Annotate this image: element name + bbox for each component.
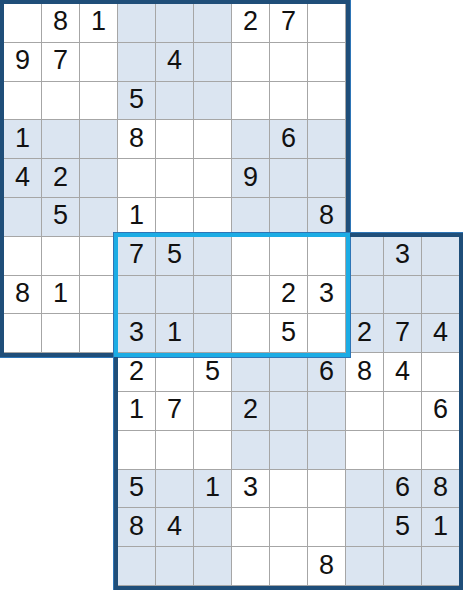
outside-board bbox=[346, 120, 384, 159]
cell-r10c4[interactable]: 2 bbox=[118, 353, 156, 392]
given-digit: 3 bbox=[319, 280, 334, 307]
cell-r6c3[interactable] bbox=[80, 198, 118, 237]
cell-r11c9[interactable] bbox=[308, 392, 346, 431]
cell-r4c4[interactable]: 8 bbox=[118, 120, 156, 159]
cell-r14c12[interactable]: 1 bbox=[422, 508, 460, 547]
outside-board bbox=[422, 198, 460, 237]
outside-board bbox=[80, 470, 118, 509]
given-digit: 2 bbox=[129, 358, 144, 385]
cell-r10c8[interactable] bbox=[270, 353, 308, 392]
cell-r3c4[interactable]: 5 bbox=[118, 82, 156, 121]
cell-r15c4[interactable] bbox=[118, 547, 156, 586]
given-digit: 1 bbox=[91, 8, 106, 35]
given-digit: 1 bbox=[129, 202, 144, 229]
cell-r5c2[interactable]: 2 bbox=[42, 159, 80, 198]
cell-r12c6[interactable] bbox=[194, 431, 232, 470]
cell-r15c10[interactable] bbox=[346, 547, 384, 586]
cell-r8c1[interactable]: 8 bbox=[4, 276, 42, 315]
outside-board bbox=[80, 547, 118, 586]
given-digit: 2 bbox=[243, 8, 258, 35]
cell-r3c7[interactable] bbox=[232, 82, 270, 121]
outside-board bbox=[4, 353, 42, 392]
cell-r2c5[interactable]: 4 bbox=[156, 43, 194, 82]
outside-board bbox=[4, 431, 42, 470]
cell-r15c5[interactable] bbox=[156, 547, 194, 586]
given-digit: 5 bbox=[167, 241, 182, 268]
cell-r10c6[interactable]: 5 bbox=[194, 353, 232, 392]
given-digit: 5 bbox=[53, 202, 68, 229]
given-digit: 8 bbox=[129, 125, 144, 152]
given-digit: 3 bbox=[243, 474, 258, 501]
given-digit: 6 bbox=[395, 474, 410, 501]
given-digit: 5 bbox=[205, 358, 220, 385]
given-digit: 5 bbox=[281, 319, 296, 346]
cell-r9c12[interactable]: 4 bbox=[422, 314, 460, 353]
given-digit: 8 bbox=[357, 358, 372, 385]
cell-r10c12[interactable] bbox=[422, 353, 460, 392]
cell-r9c6[interactable] bbox=[194, 314, 232, 353]
given-digit: 2 bbox=[357, 319, 372, 346]
cell-r13c6[interactable]: 1 bbox=[194, 470, 232, 509]
cell-r12c7[interactable] bbox=[232, 431, 270, 470]
outside-board bbox=[42, 431, 80, 470]
outside-board bbox=[422, 120, 460, 159]
cell-r4c1[interactable]: 1 bbox=[4, 120, 42, 159]
cell-r13c7[interactable]: 3 bbox=[232, 470, 270, 509]
cell-r2c9[interactable] bbox=[308, 43, 346, 82]
cell-r8c4[interactable] bbox=[118, 276, 156, 315]
given-digit: 8 bbox=[319, 552, 334, 579]
outside-board bbox=[4, 547, 42, 586]
cell-r12c12[interactable] bbox=[422, 431, 460, 470]
outside-board bbox=[384, 43, 422, 82]
cell-r2c1[interactable]: 9 bbox=[4, 43, 42, 82]
cell-r10c7[interactable] bbox=[232, 353, 270, 392]
given-digit: 4 bbox=[433, 319, 448, 346]
given-digit: 5 bbox=[395, 513, 410, 540]
cell-r11c4[interactable]: 1 bbox=[118, 392, 156, 431]
outside-board bbox=[384, 4, 422, 43]
cell-r7c2[interactable] bbox=[42, 237, 80, 276]
cell-r8c3[interactable] bbox=[80, 276, 118, 315]
given-digit: 4 bbox=[15, 164, 30, 191]
cell-r14c4[interactable]: 8 bbox=[118, 508, 156, 547]
cell-r1c2[interactable]: 8 bbox=[42, 4, 80, 43]
cell-r14c9[interactable] bbox=[308, 508, 346, 547]
outside-board bbox=[422, 159, 460, 198]
cell-r9c7[interactable] bbox=[232, 314, 270, 353]
cell-r8c5[interactable] bbox=[156, 276, 194, 315]
cell-r12c5[interactable] bbox=[156, 431, 194, 470]
outside-board bbox=[80, 508, 118, 547]
given-digit: 3 bbox=[395, 241, 410, 268]
cell-r6c5[interactable] bbox=[156, 198, 194, 237]
cell-r2c3[interactable] bbox=[80, 43, 118, 82]
cell-r15c11[interactable] bbox=[384, 547, 422, 586]
cell-r15c12[interactable] bbox=[422, 547, 460, 586]
cell-r9c8[interactable]: 5 bbox=[270, 314, 308, 353]
cell-r14c5[interactable]: 4 bbox=[156, 508, 194, 547]
cell-r12c4[interactable] bbox=[118, 431, 156, 470]
cell-r9c10[interactable]: 2 bbox=[346, 314, 384, 353]
outside-board bbox=[346, 198, 384, 237]
cell-r12c8[interactable] bbox=[270, 431, 308, 470]
outside-board bbox=[422, 43, 460, 82]
outside-board bbox=[346, 159, 384, 198]
cell-r7c7[interactable] bbox=[232, 237, 270, 276]
cell-r8c11[interactable] bbox=[384, 276, 422, 315]
cell-r7c3[interactable] bbox=[80, 237, 118, 276]
cell-r7c1[interactable] bbox=[4, 237, 42, 276]
outside-board bbox=[346, 43, 384, 82]
cell-r6c6[interactable] bbox=[194, 198, 232, 237]
cell-r2c7[interactable] bbox=[232, 43, 270, 82]
cell-r5c6[interactable] bbox=[194, 159, 232, 198]
given-digit: 7 bbox=[395, 319, 410, 346]
given-digit: 8 bbox=[15, 280, 30, 307]
cell-r6c4[interactable]: 1 bbox=[118, 198, 156, 237]
cell-r6c7[interactable] bbox=[232, 198, 270, 237]
outside-board bbox=[346, 4, 384, 43]
cell-r8c10[interactable] bbox=[346, 276, 384, 315]
cell-r3c1[interactable] bbox=[4, 82, 42, 121]
given-digit: 8 bbox=[129, 513, 144, 540]
given-digit: 2 bbox=[243, 396, 258, 423]
cell-r7c6[interactable] bbox=[194, 237, 232, 276]
cell-r14c8[interactable] bbox=[270, 508, 308, 547]
cell-r10c11[interactable]: 4 bbox=[384, 353, 422, 392]
cell-r4c5[interactable] bbox=[156, 120, 194, 159]
cell-r9c5[interactable]: 1 bbox=[156, 314, 194, 353]
given-digit: 1 bbox=[53, 280, 68, 307]
cell-r5c9[interactable] bbox=[308, 159, 346, 198]
given-digit: 2 bbox=[281, 280, 296, 307]
cell-r15c8[interactable] bbox=[270, 547, 308, 586]
cell-r5c1[interactable]: 4 bbox=[4, 159, 42, 198]
outside-board bbox=[422, 4, 460, 43]
outside-board bbox=[80, 392, 118, 431]
cell-r9c2[interactable] bbox=[42, 314, 80, 353]
cell-r1c6[interactable] bbox=[194, 4, 232, 43]
given-digit: 9 bbox=[15, 47, 30, 74]
cell-r7c8[interactable] bbox=[270, 237, 308, 276]
given-digit: 8 bbox=[53, 8, 68, 35]
given-digit: 5 bbox=[129, 86, 144, 113]
cell-r7c5[interactable]: 5 bbox=[156, 237, 194, 276]
cell-r1c7[interactable]: 2 bbox=[232, 4, 270, 43]
given-digit: 9 bbox=[243, 164, 258, 191]
outside-board bbox=[42, 508, 80, 547]
cell-r8c6[interactable] bbox=[194, 276, 232, 315]
given-digit: 3 bbox=[129, 319, 144, 346]
cell-r5c3[interactable] bbox=[80, 159, 118, 198]
cell-r11c7[interactable]: 2 bbox=[232, 392, 270, 431]
cell-r15c7[interactable] bbox=[232, 547, 270, 586]
given-digit: 7 bbox=[53, 47, 68, 74]
cell-r13c4[interactable]: 5 bbox=[118, 470, 156, 509]
cell-r11c6[interactable] bbox=[194, 392, 232, 431]
cell-r2c4[interactable] bbox=[118, 43, 156, 82]
cell-r3c2[interactable] bbox=[42, 82, 80, 121]
cell-r3c9[interactable] bbox=[308, 82, 346, 121]
cell-r15c6[interactable] bbox=[194, 547, 232, 586]
given-digit: 6 bbox=[281, 125, 296, 152]
given-digit: 6 bbox=[433, 396, 448, 423]
cell-r9c4[interactable]: 3 bbox=[118, 314, 156, 353]
sudoku-puzzle: 8127974518642951875381233152742568417265… bbox=[0, 0, 463, 590]
cell-r12c9[interactable] bbox=[308, 431, 346, 470]
given-digit: 7 bbox=[167, 396, 182, 423]
outside-board bbox=[346, 82, 384, 121]
cell-r4c6[interactable] bbox=[194, 120, 232, 159]
given-digit: 8 bbox=[433, 474, 448, 501]
cell-r11c11[interactable] bbox=[384, 392, 422, 431]
cell-r4c2[interactable] bbox=[42, 120, 80, 159]
given-digit: 7 bbox=[281, 8, 296, 35]
given-digit: 6 bbox=[319, 358, 334, 385]
cell-r4c7[interactable] bbox=[232, 120, 270, 159]
cell-r1c3[interactable]: 1 bbox=[80, 4, 118, 43]
cell-r1c4[interactable] bbox=[118, 4, 156, 43]
outside-board bbox=[42, 470, 80, 509]
cell-r11c5[interactable]: 7 bbox=[156, 392, 194, 431]
cell-r3c8[interactable] bbox=[270, 82, 308, 121]
given-digit: 7 bbox=[129, 241, 144, 268]
cell-r13c5[interactable] bbox=[156, 470, 194, 509]
cell-r12c11[interactable] bbox=[384, 431, 422, 470]
outside-board bbox=[422, 82, 460, 121]
cell-r1c1[interactable] bbox=[4, 4, 42, 43]
given-digit: 1 bbox=[205, 474, 220, 501]
given-digit: 1 bbox=[15, 125, 30, 152]
outside-board bbox=[384, 120, 422, 159]
given-digit: 1 bbox=[129, 396, 144, 423]
cell-r11c8[interactable] bbox=[270, 392, 308, 431]
cell-r10c5[interactable] bbox=[156, 353, 194, 392]
cell-r2c2[interactable]: 7 bbox=[42, 43, 80, 82]
given-digit: 4 bbox=[167, 513, 182, 540]
cell-r14c11[interactable]: 5 bbox=[384, 508, 422, 547]
cell-r4c9[interactable] bbox=[308, 120, 346, 159]
cell-r9c11[interactable]: 7 bbox=[384, 314, 422, 353]
given-digit: 5 bbox=[129, 474, 144, 501]
cell-r2c8[interactable] bbox=[270, 43, 308, 82]
cell-r6c2[interactable]: 5 bbox=[42, 198, 80, 237]
outside-board bbox=[384, 82, 422, 121]
outside-board bbox=[80, 431, 118, 470]
cell-r6c9[interactable]: 8 bbox=[308, 198, 346, 237]
outside-board bbox=[42, 547, 80, 586]
cell-r5c4[interactable] bbox=[118, 159, 156, 198]
cell-r2c6[interactable] bbox=[194, 43, 232, 82]
cell-r13c8[interactable] bbox=[270, 470, 308, 509]
cell-r7c9[interactable] bbox=[308, 237, 346, 276]
given-digit: 2 bbox=[53, 164, 68, 191]
cell-r7c4[interactable]: 7 bbox=[118, 237, 156, 276]
cell-r13c10[interactable] bbox=[346, 470, 384, 509]
given-digit: 4 bbox=[167, 47, 182, 74]
given-digit: 1 bbox=[433, 513, 448, 540]
cell-r10c10[interactable]: 8 bbox=[346, 353, 384, 392]
cell-r5c5[interactable] bbox=[156, 159, 194, 198]
cell-r13c11[interactable]: 6 bbox=[384, 470, 422, 509]
cell-r11c12[interactable]: 6 bbox=[422, 392, 460, 431]
cell-r3c6[interactable] bbox=[194, 82, 232, 121]
cell-r1c8[interactable]: 7 bbox=[270, 4, 308, 43]
given-digit: 1 bbox=[167, 319, 182, 346]
cell-r7c11[interactable]: 3 bbox=[384, 237, 422, 276]
cell-r7c10[interactable] bbox=[346, 237, 384, 276]
cell-r8c7[interactable] bbox=[232, 276, 270, 315]
outside-board bbox=[384, 198, 422, 237]
cell-r6c1[interactable] bbox=[4, 198, 42, 237]
outside-board bbox=[4, 392, 42, 431]
outside-board bbox=[42, 353, 80, 392]
cell-r8c9[interactable]: 3 bbox=[308, 276, 346, 315]
cell-r8c8[interactable]: 2 bbox=[270, 276, 308, 315]
outside-board bbox=[4, 508, 42, 547]
cell-r5c8[interactable] bbox=[270, 159, 308, 198]
cell-r13c12[interactable]: 8 bbox=[422, 470, 460, 509]
cell-r9c3[interactable] bbox=[80, 314, 118, 353]
outside-board bbox=[80, 353, 118, 392]
cell-r11c10[interactable] bbox=[346, 392, 384, 431]
cell-r14c10[interactable] bbox=[346, 508, 384, 547]
cell-r10c9[interactable]: 6 bbox=[308, 353, 346, 392]
cell-r9c1[interactable] bbox=[4, 314, 42, 353]
cell-r9c9[interactable] bbox=[308, 314, 346, 353]
cell-r3c5[interactable] bbox=[156, 82, 194, 121]
cell-r4c3[interactable] bbox=[80, 120, 118, 159]
outside-board bbox=[42, 392, 80, 431]
cell-r6c8[interactable] bbox=[270, 198, 308, 237]
cell-r7c12[interactable] bbox=[422, 237, 460, 276]
cell-r14c6[interactable] bbox=[194, 508, 232, 547]
cell-r13c9[interactable] bbox=[308, 470, 346, 509]
cell-r12c10[interactable] bbox=[346, 431, 384, 470]
outside-board bbox=[4, 470, 42, 509]
board: 8127974518642951875381233152742568417265… bbox=[4, 4, 460, 586]
cell-r14c7[interactable] bbox=[232, 508, 270, 547]
cell-r8c12[interactable] bbox=[422, 276, 460, 315]
cell-r1c5[interactable] bbox=[156, 4, 194, 43]
cell-r4c8[interactable]: 6 bbox=[270, 120, 308, 159]
cell-r3c3[interactable] bbox=[80, 82, 118, 121]
cell-r5c7[interactable]: 9 bbox=[232, 159, 270, 198]
given-digit: 8 bbox=[319, 202, 334, 229]
cell-r1c9[interactable] bbox=[308, 4, 346, 43]
cell-r8c2[interactable]: 1 bbox=[42, 276, 80, 315]
cell-r15c9[interactable]: 8 bbox=[308, 547, 346, 586]
given-digit: 4 bbox=[395, 358, 410, 385]
outside-board bbox=[384, 159, 422, 198]
